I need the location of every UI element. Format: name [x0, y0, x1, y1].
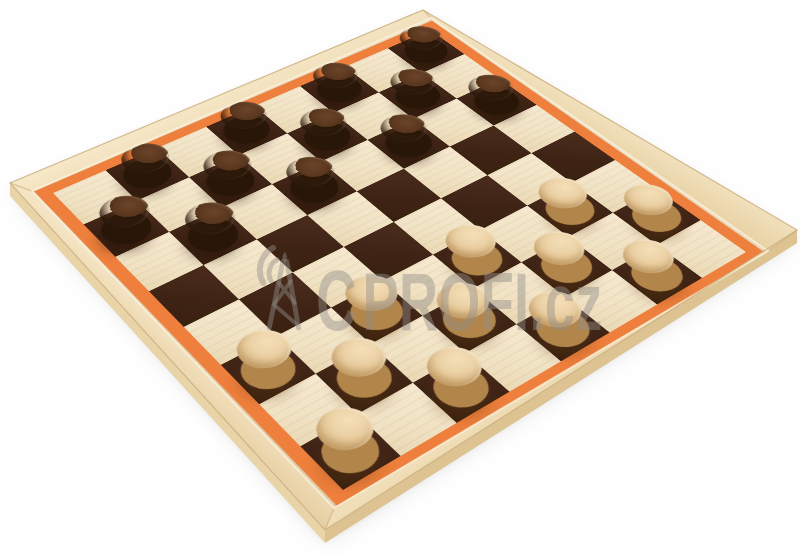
frame-side-face-left	[10, 183, 325, 543]
product-photo-stage: ⛂⛂⛀⛂⛀⛀⛂⛂⛀⛂⛀⛀⛂⛂⛀⛂⛀⛀⛂⛂⛀⛂⛀⛀	[0, 0, 800, 556]
frame-side-face-right	[325, 230, 797, 543]
frame-ring	[10, 10, 797, 530]
board-frame	[0, 0, 800, 556]
frame-miter-seams	[10, 10, 797, 530]
